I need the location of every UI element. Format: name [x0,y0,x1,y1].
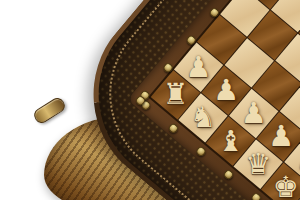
brass-handle [32,95,68,125]
chess-table-photo: ♜♞♝♛♚♝♞♜♟♟♟♟♟♟♟♟♟♟♟♟♟♟♟♟♜♞♝♛♚♝♞♜ [0,0,300,200]
white-bishop-f1[interactable]: ♝ [296,193,300,200]
